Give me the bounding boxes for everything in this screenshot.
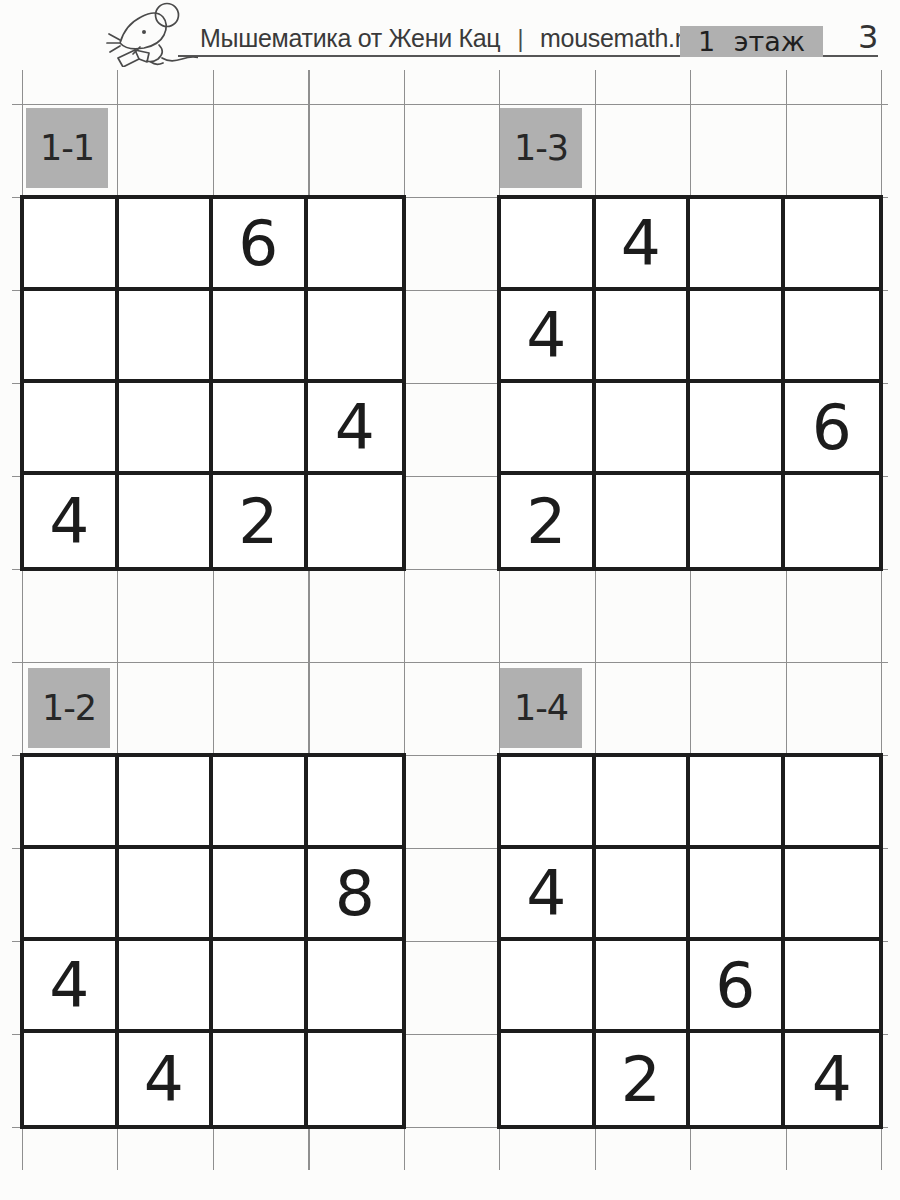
cell-r0c1[interactable] <box>119 757 214 849</box>
board-label-1-2: 1-2 <box>28 668 110 748</box>
cell-r0c2[interactable]: 6 <box>213 199 308 291</box>
cell-r1c2[interactable] <box>213 849 308 941</box>
cell-r1c1[interactable] <box>119 291 214 383</box>
cell-r1c1[interactable] <box>596 849 691 941</box>
cell-r2c2[interactable] <box>213 383 308 475</box>
cell-r0c1[interactable] <box>596 757 691 849</box>
cell-r0c3[interactable] <box>785 199 880 291</box>
cell-r0c0[interactable] <box>501 757 596 849</box>
given-digit: 6 <box>812 396 852 459</box>
given-digit: 4 <box>335 396 375 459</box>
cell-r2c2[interactable] <box>213 941 308 1033</box>
cell-r1c1[interactable] <box>596 291 691 383</box>
given-digit: 2 <box>526 490 566 553</box>
cell-r1c3[interactable] <box>308 291 403 383</box>
cell-r1c1[interactable] <box>119 849 214 941</box>
cell-r3c1[interactable] <box>596 475 691 567</box>
cell-r0c0[interactable] <box>501 199 596 291</box>
cell-r0c0[interactable] <box>24 199 119 291</box>
board-1-4: 4624 <box>497 753 883 1129</box>
worksheet-page: Мышематика от Жени Кац | mousemath.ru 1 … <box>0 0 900 1200</box>
cell-r3c2[interactable] <box>213 1033 308 1125</box>
cell-r1c0[interactable]: 4 <box>501 291 596 383</box>
cell-r0c0[interactable] <box>24 757 119 849</box>
cell-r2c0[interactable] <box>501 941 596 1033</box>
cell-r3c0[interactable]: 2 <box>501 475 596 567</box>
cell-r1c2[interactable] <box>690 291 785 383</box>
title-separator: | <box>517 26 523 53</box>
cell-r3c0[interactable] <box>24 1033 119 1125</box>
cell-r0c2[interactable] <box>690 199 785 291</box>
given-digit: 6 <box>715 954 755 1017</box>
cell-r3c3[interactable] <box>785 475 880 567</box>
page-number: 3 <box>858 18 878 56</box>
cell-r2c1[interactable] <box>119 941 214 1033</box>
cell-r2c2[interactable] <box>690 383 785 475</box>
cell-r3c0[interactable]: 4 <box>24 475 119 567</box>
cell-r0c3[interactable] <box>308 199 403 291</box>
cell-r3c3[interactable] <box>308 475 403 567</box>
board-label-1-1: 1-1 <box>26 108 108 188</box>
cell-r2c1[interactable] <box>596 383 691 475</box>
board-1-3: 4462 <box>497 195 883 571</box>
board-label-1-3: 1-3 <box>500 108 582 188</box>
cell-r3c2[interactable] <box>690 1033 785 1125</box>
given-digit: 4 <box>49 954 89 1017</box>
cell-r2c0[interactable] <box>501 383 596 475</box>
cell-r3c1[interactable] <box>119 475 214 567</box>
given-digit: 2 <box>621 1048 661 1111</box>
cell-r1c2[interactable] <box>690 849 785 941</box>
cell-r2c1[interactable] <box>596 941 691 1033</box>
cell-r1c0[interactable] <box>24 849 119 941</box>
cell-r3c2[interactable] <box>690 475 785 567</box>
given-digit: 4 <box>621 212 661 275</box>
mouse-reading-book-icon <box>106 1 198 67</box>
given-digit: 4 <box>526 304 566 367</box>
given-digit: 6 <box>238 212 278 275</box>
board-1-2: 844 <box>20 753 406 1129</box>
cell-r2c3[interactable]: 4 <box>308 383 403 475</box>
cell-r1c3[interactable] <box>785 291 880 383</box>
cell-r0c1[interactable]: 4 <box>596 199 691 291</box>
cell-r2c0[interactable] <box>24 383 119 475</box>
cell-r1c0[interactable] <box>24 291 119 383</box>
cell-r2c3[interactable]: 6 <box>785 383 880 475</box>
cell-r1c0[interactable]: 4 <box>501 849 596 941</box>
board-1-1: 6442 <box>20 195 406 571</box>
cell-r3c3[interactable] <box>308 1033 403 1125</box>
cell-r3c0[interactable] <box>501 1033 596 1125</box>
cell-r0c2[interactable] <box>213 757 308 849</box>
cell-r0c3[interactable] <box>308 757 403 849</box>
cell-r2c3[interactable] <box>785 941 880 1033</box>
given-digit: 8 <box>335 862 375 925</box>
cell-r0c2[interactable] <box>690 757 785 849</box>
cell-r0c1[interactable] <box>119 199 214 291</box>
given-digit: 2 <box>238 490 278 553</box>
floor-badge: 1 этаж <box>680 26 823 57</box>
cell-r1c2[interactable] <box>213 291 308 383</box>
given-digit: 4 <box>49 490 89 553</box>
cell-r2c0[interactable]: 4 <box>24 941 119 1033</box>
cell-r0c3[interactable] <box>785 757 880 849</box>
cell-r3c2[interactable]: 2 <box>213 475 308 567</box>
worksheet-title: Мышематика от Жени Кац <box>200 24 500 53</box>
cell-r2c2[interactable]: 6 <box>690 941 785 1033</box>
cell-r1c3[interactable]: 8 <box>308 849 403 941</box>
cell-r3c1[interactable]: 2 <box>596 1033 691 1125</box>
cell-r3c3[interactable]: 4 <box>785 1033 880 1125</box>
site-link[interactable]: mousemath.ru <box>540 24 696 53</box>
board-label-1-4: 1-4 <box>500 668 582 748</box>
cell-r2c3[interactable] <box>308 941 403 1033</box>
cell-r3c1[interactable]: 4 <box>119 1033 214 1125</box>
given-digit: 4 <box>526 862 566 925</box>
given-digit: 4 <box>144 1048 184 1111</box>
cell-r2c1[interactable] <box>119 383 214 475</box>
cell-r1c3[interactable] <box>785 849 880 941</box>
header-title-row: Мышематика от Жени Кац | mousemath.ru <box>200 24 696 53</box>
given-digit: 4 <box>812 1048 852 1111</box>
